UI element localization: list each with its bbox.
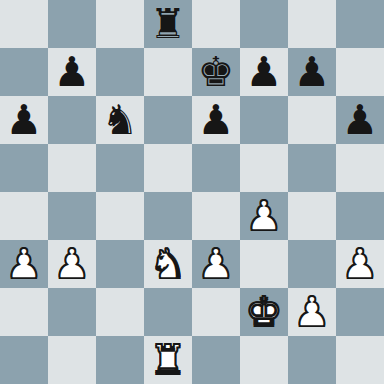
piece-white-rook[interactable]: ♜ <box>150 336 187 384</box>
piece-black-pawn[interactable]: ♟ <box>198 96 235 144</box>
square-f6[interactable] <box>240 96 288 144</box>
square-f7[interactable]: ♟ <box>240 48 288 96</box>
square-c5[interactable] <box>96 144 144 192</box>
square-c6[interactable]: ♞ <box>96 96 144 144</box>
square-a4[interactable] <box>0 192 48 240</box>
square-e7[interactable]: ♚ <box>192 48 240 96</box>
square-e5[interactable] <box>192 144 240 192</box>
square-h3[interactable]: ♟ <box>336 240 384 288</box>
square-e1[interactable] <box>192 336 240 384</box>
square-f3[interactable] <box>240 240 288 288</box>
square-f2[interactable]: ♚ <box>240 288 288 336</box>
square-b4[interactable] <box>48 192 96 240</box>
piece-white-pawn[interactable]: ♟ <box>246 192 283 240</box>
piece-black-rook[interactable]: ♜ <box>150 0 187 48</box>
square-b7[interactable]: ♟ <box>48 48 96 96</box>
piece-white-pawn[interactable]: ♟ <box>342 240 379 288</box>
square-h7[interactable] <box>336 48 384 96</box>
square-e3[interactable]: ♟ <box>192 240 240 288</box>
square-b1[interactable] <box>48 336 96 384</box>
square-a2[interactable] <box>0 288 48 336</box>
square-h8[interactable] <box>336 0 384 48</box>
square-h6[interactable]: ♟ <box>336 96 384 144</box>
square-b2[interactable] <box>48 288 96 336</box>
square-d8[interactable]: ♜ <box>144 0 192 48</box>
piece-white-pawn[interactable]: ♟ <box>54 240 91 288</box>
square-g1[interactable] <box>288 336 336 384</box>
square-a1[interactable] <box>0 336 48 384</box>
square-d2[interactable] <box>144 288 192 336</box>
piece-black-king[interactable]: ♚ <box>198 48 235 96</box>
square-f8[interactable] <box>240 0 288 48</box>
square-c8[interactable] <box>96 0 144 48</box>
square-b5[interactable] <box>48 144 96 192</box>
piece-black-pawn[interactable]: ♟ <box>294 48 331 96</box>
square-e6[interactable]: ♟ <box>192 96 240 144</box>
square-h1[interactable] <box>336 336 384 384</box>
square-a7[interactable] <box>0 48 48 96</box>
square-g4[interactable] <box>288 192 336 240</box>
square-g6[interactable] <box>288 96 336 144</box>
square-b8[interactable] <box>48 0 96 48</box>
square-f4[interactable]: ♟ <box>240 192 288 240</box>
square-g3[interactable] <box>288 240 336 288</box>
square-h2[interactable] <box>336 288 384 336</box>
square-d3[interactable]: ♞ <box>144 240 192 288</box>
square-f1[interactable] <box>240 336 288 384</box>
square-c1[interactable] <box>96 336 144 384</box>
square-f5[interactable] <box>240 144 288 192</box>
square-e4[interactable] <box>192 192 240 240</box>
square-b3[interactable]: ♟ <box>48 240 96 288</box>
piece-black-pawn[interactable]: ♟ <box>246 48 283 96</box>
square-a8[interactable] <box>0 0 48 48</box>
piece-white-knight[interactable]: ♞ <box>150 240 187 288</box>
square-h4[interactable] <box>336 192 384 240</box>
square-g5[interactable] <box>288 144 336 192</box>
square-g7[interactable]: ♟ <box>288 48 336 96</box>
piece-black-pawn[interactable]: ♟ <box>6 96 43 144</box>
piece-black-pawn[interactable]: ♟ <box>342 96 379 144</box>
piece-black-knight[interactable]: ♞ <box>102 96 139 144</box>
chess-board: ♜♟♚♟♟♟♞♟♟♟♟♟♞♟♟♚♟♜ <box>0 0 384 384</box>
square-h5[interactable] <box>336 144 384 192</box>
piece-white-pawn[interactable]: ♟ <box>294 288 331 336</box>
square-g2[interactable]: ♟ <box>288 288 336 336</box>
square-c4[interactable] <box>96 192 144 240</box>
square-d5[interactable] <box>144 144 192 192</box>
piece-white-pawn[interactable]: ♟ <box>6 240 43 288</box>
square-g8[interactable] <box>288 0 336 48</box>
piece-white-pawn[interactable]: ♟ <box>198 240 235 288</box>
square-b6[interactable] <box>48 96 96 144</box>
square-e8[interactable] <box>192 0 240 48</box>
square-a5[interactable] <box>0 144 48 192</box>
square-a6[interactable]: ♟ <box>0 96 48 144</box>
square-d1[interactable]: ♜ <box>144 336 192 384</box>
piece-white-king[interactable]: ♚ <box>246 288 283 336</box>
square-a3[interactable]: ♟ <box>0 240 48 288</box>
square-e2[interactable] <box>192 288 240 336</box>
piece-black-pawn[interactable]: ♟ <box>54 48 91 96</box>
square-d6[interactable] <box>144 96 192 144</box>
square-d7[interactable] <box>144 48 192 96</box>
square-c7[interactable] <box>96 48 144 96</box>
square-c3[interactable] <box>96 240 144 288</box>
square-d4[interactable] <box>144 192 192 240</box>
square-c2[interactable] <box>96 288 144 336</box>
